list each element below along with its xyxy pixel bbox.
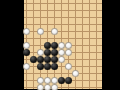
white-stone[interactable] (51, 84, 58, 90)
horizontal-grid-line (24, 66, 102, 67)
horizontal-grid-line (24, 24, 102, 25)
black-stone[interactable] (44, 42, 51, 49)
horizontal-grid-line (24, 38, 102, 39)
horizontal-grid-line (24, 10, 102, 11)
white-stone[interactable] (65, 63, 72, 70)
white-stone[interactable] (23, 28, 30, 35)
horizontal-grid-line (24, 87, 102, 88)
white-stone[interactable] (51, 28, 58, 35)
white-stone[interactable] (58, 42, 65, 49)
screenshot-canvas: { "game": "go", "app": { "description": … (0, 0, 120, 90)
white-stone[interactable] (37, 77, 44, 84)
white-stone[interactable] (58, 49, 65, 56)
white-stone[interactable] (65, 42, 72, 49)
horizontal-grid-line (24, 73, 102, 74)
black-stone[interactable] (51, 42, 58, 49)
white-stone[interactable] (23, 42, 30, 49)
letterbox-bar-right (102, 0, 120, 90)
go-board[interactable] (24, 0, 102, 89)
black-stone[interactable] (37, 56, 44, 63)
white-stone[interactable] (44, 84, 51, 90)
white-stone[interactable] (37, 49, 44, 56)
white-stone[interactable] (44, 77, 51, 84)
white-stone[interactable] (72, 70, 79, 77)
white-stone[interactable] (23, 63, 30, 70)
black-stone[interactable] (30, 56, 37, 63)
letterbox-bar-left (0, 0, 24, 90)
black-stone[interactable] (23, 49, 30, 56)
black-stone[interactable] (51, 63, 58, 70)
black-stone[interactable] (44, 49, 51, 56)
white-stone[interactable] (51, 77, 58, 84)
black-stone[interactable] (44, 56, 51, 63)
white-stone[interactable] (37, 28, 44, 35)
black-stone[interactable] (51, 49, 58, 56)
black-stone[interactable] (37, 63, 44, 70)
black-stone[interactable] (58, 77, 65, 84)
white-stone[interactable] (65, 49, 72, 56)
horizontal-grid-line (24, 17, 102, 18)
white-stone[interactable] (37, 84, 44, 90)
horizontal-grid-line (24, 3, 102, 4)
black-stone[interactable] (44, 63, 51, 70)
horizontal-grid-line (24, 31, 102, 32)
black-stone[interactable] (51, 56, 58, 63)
white-stone[interactable] (58, 56, 65, 63)
black-stone[interactable] (65, 77, 72, 84)
